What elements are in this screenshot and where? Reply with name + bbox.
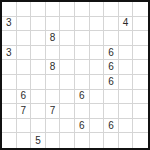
grid-cell-empty[interactable] — [17, 75, 32, 90]
grid-cell-empty[interactable] — [2, 90, 17, 105]
grid-cell-empty[interactable] — [17, 2, 32, 17]
grid-cell-empty[interactable] — [119, 60, 134, 75]
clue-digit: 6 — [21, 91, 27, 101]
grid-cell-clue: 5 — [31, 133, 46, 148]
clue-digit: 4 — [123, 18, 129, 28]
grid-cell-empty[interactable] — [60, 46, 75, 61]
grid-cell-empty[interactable] — [2, 75, 17, 90]
grid-cell-clue: 6 — [104, 75, 119, 90]
grid-cell-empty[interactable] — [46, 119, 61, 134]
grid-cell-empty[interactable] — [133, 133, 148, 148]
grid-cell-empty[interactable] — [133, 2, 148, 17]
grid-cell-clue: 6 — [104, 119, 119, 134]
clue-digit: 5 — [35, 136, 41, 146]
grid-cell-clue: 7 — [17, 104, 32, 119]
grid-cell-empty[interactable] — [133, 75, 148, 90]
grid-cell-empty[interactable] — [46, 2, 61, 17]
clue-digit: 6 — [79, 91, 85, 101]
grid-cell-empty[interactable] — [90, 104, 105, 119]
grid-cell-empty[interactable] — [31, 75, 46, 90]
grid-cell-empty[interactable] — [104, 133, 119, 148]
grid-cell-empty[interactable] — [90, 90, 105, 105]
grid-cell-empty[interactable] — [119, 90, 134, 105]
grid-cell-clue: 7 — [46, 104, 61, 119]
grid-cell-empty[interactable] — [104, 17, 119, 32]
grid-cell-empty[interactable] — [31, 2, 46, 17]
grid-cell-clue: 6 — [17, 90, 32, 105]
grid-cell-empty[interactable] — [90, 17, 105, 32]
grid-cell-empty[interactable] — [2, 60, 17, 75]
grid-cell-empty[interactable] — [46, 17, 61, 32]
grid-cell-clue: 4 — [119, 17, 134, 32]
grid-cell-empty[interactable] — [60, 2, 75, 17]
grid-cell-empty[interactable] — [46, 90, 61, 105]
grid-cell-empty[interactable] — [119, 119, 134, 134]
grid-cell-clue: 8 — [46, 31, 61, 46]
grid-cell-empty[interactable] — [90, 46, 105, 61]
grid-cell-empty[interactable] — [119, 31, 134, 46]
clue-digit: 3 — [6, 18, 12, 28]
grid-cell-empty[interactable] — [90, 119, 105, 134]
grid-cell-empty[interactable] — [104, 2, 119, 17]
grid-cell-empty[interactable] — [119, 75, 134, 90]
grid-cell-clue: 3 — [2, 17, 17, 32]
grid-cell-empty[interactable] — [75, 104, 90, 119]
clue-digit: 3 — [6, 48, 12, 58]
grid-cell-empty[interactable] — [119, 133, 134, 148]
clue-digit: 6 — [108, 62, 114, 72]
grid-cell-empty[interactable] — [75, 31, 90, 46]
grid-cell-empty[interactable] — [31, 17, 46, 32]
grid-cell-empty[interactable] — [60, 31, 75, 46]
grid-cell-empty[interactable] — [2, 133, 17, 148]
grid-cell-empty[interactable] — [60, 17, 75, 32]
grid-cell-empty[interactable] — [60, 75, 75, 90]
grid-cell-empty[interactable] — [133, 60, 148, 75]
grid-cell-empty[interactable] — [90, 75, 105, 90]
grid-cell-empty[interactable] — [75, 2, 90, 17]
grid-cell-empty[interactable] — [119, 2, 134, 17]
clue-digit: 8 — [50, 33, 56, 43]
grid-cell-empty[interactable] — [2, 2, 17, 17]
grid-cell-empty[interactable] — [75, 60, 90, 75]
clue-digit: 7 — [50, 106, 56, 116]
grid-cell-empty[interactable] — [75, 75, 90, 90]
grid-cell-empty[interactable] — [46, 75, 61, 90]
grid-cell-empty[interactable] — [31, 119, 46, 134]
grid-cell-empty[interactable] — [17, 119, 32, 134]
grid-cell-empty[interactable] — [60, 60, 75, 75]
grid-cell-empty[interactable] — [104, 90, 119, 105]
grid-cell-empty[interactable] — [17, 60, 32, 75]
grid-cell-empty[interactable] — [133, 17, 148, 32]
grid-cell-empty[interactable] — [31, 31, 46, 46]
clue-digit: 6 — [108, 77, 114, 87]
grid-cell-empty[interactable] — [133, 31, 148, 46]
grid-cell-empty[interactable] — [31, 90, 46, 105]
grid-cell-empty[interactable] — [75, 46, 90, 61]
grid-cell-empty[interactable] — [119, 104, 134, 119]
grid-cell-empty[interactable] — [46, 46, 61, 61]
clue-digit: 6 — [108, 121, 114, 131]
grid-cell-empty[interactable] — [17, 31, 32, 46]
grid-cell-clue: 6 — [75, 119, 90, 134]
grid-cell-empty[interactable] — [90, 31, 105, 46]
grid-cell-empty[interactable] — [75, 17, 90, 32]
clue-digit: 7 — [21, 106, 27, 116]
grid-cell-empty[interactable] — [133, 119, 148, 134]
grid-cell-clue: 8 — [46, 60, 61, 75]
grid-cell-empty[interactable] — [46, 133, 61, 148]
grid-cell-empty[interactable] — [75, 133, 90, 148]
grid-cell-empty[interactable] — [133, 90, 148, 105]
grid-cell-empty[interactable] — [31, 46, 46, 61]
grid-cell-empty[interactable] — [2, 119, 17, 134]
grid-cell-empty[interactable] — [90, 133, 105, 148]
grid-cell-empty[interactable] — [90, 2, 105, 17]
grid-cell-clue: 6 — [104, 46, 119, 61]
grid-cell-empty[interactable] — [119, 46, 134, 61]
grid-cell-empty[interactable] — [60, 90, 75, 105]
grid-cell-empty[interactable] — [17, 17, 32, 32]
grid-cell-empty[interactable] — [31, 104, 46, 119]
grid-cell-empty[interactable] — [90, 60, 105, 75]
grid-cell-empty[interactable] — [2, 104, 17, 119]
grid-cell-empty[interactable] — [104, 104, 119, 119]
grid-cell-empty[interactable] — [60, 119, 75, 134]
grid-cell-empty[interactable] — [17, 133, 32, 148]
grid-cell-empty[interactable] — [60, 104, 75, 119]
grid-cell-clue: 3 — [2, 46, 17, 61]
grid-cell-empty[interactable] — [133, 104, 148, 119]
grid-cell-empty[interactable] — [104, 31, 119, 46]
clue-digit: 6 — [108, 48, 114, 58]
grid-cell-clue: 6 — [104, 60, 119, 75]
clue-digit: 6 — [79, 121, 85, 131]
grid-cell-empty[interactable] — [31, 60, 46, 75]
grid-cell-empty[interactable] — [60, 133, 75, 148]
puzzle-board: 348368666677665 — [0, 0, 150, 150]
clue-digit: 8 — [50, 62, 56, 72]
grid-cell-empty[interactable] — [2, 31, 17, 46]
grid-cell-empty[interactable] — [133, 46, 148, 61]
grid-cell-empty[interactable] — [17, 46, 32, 61]
grid-cell-clue: 6 — [75, 90, 90, 105]
